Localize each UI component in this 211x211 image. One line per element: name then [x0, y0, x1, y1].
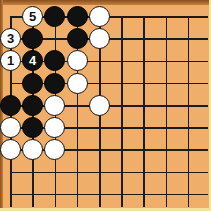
grid-vertical-line	[166, 16, 168, 207]
stone-white-move-5: 5	[22, 6, 43, 27]
board-top-edge	[0, 0, 209, 5]
stone-black-move-4: 4	[22, 50, 43, 71]
stone-white	[0, 117, 21, 138]
stone-black	[44, 6, 65, 27]
move-number-label: 5	[29, 10, 36, 23]
stone-black	[67, 28, 88, 49]
stone-white	[44, 139, 65, 160]
grid-horizontal-line	[10, 172, 208, 174]
move-number-label: 3	[7, 32, 14, 45]
stone-white	[89, 95, 110, 116]
stone-black	[22, 28, 43, 49]
stone-white-move-1: 1	[0, 50, 21, 71]
stone-white	[44, 95, 65, 116]
stone-black	[0, 95, 21, 116]
move-number-label: 1	[7, 54, 14, 67]
stone-white	[89, 28, 110, 49]
stone-white	[0, 139, 21, 160]
stone-white-move-3: 3	[0, 28, 21, 49]
stone-white	[67, 73, 88, 94]
stone-black	[44, 73, 65, 94]
grid-vertical-line	[188, 16, 190, 207]
grid-vertical-line	[121, 16, 123, 207]
stone-black	[22, 117, 43, 138]
diagram-page: 5314	[0, 0, 211, 211]
stone-black	[22, 95, 43, 116]
move-number-label: 4	[29, 54, 36, 67]
go-board[interactable]: 5314	[0, 0, 209, 208]
stone-white	[89, 6, 110, 27]
grid-horizontal-line	[10, 194, 208, 196]
stone-black	[22, 73, 43, 94]
stone-white	[22, 139, 43, 160]
stone-white	[44, 117, 65, 138]
stone-black	[67, 6, 88, 27]
stone-black	[44, 50, 65, 71]
stone-white	[67, 50, 88, 71]
grid-vertical-line	[143, 16, 145, 207]
